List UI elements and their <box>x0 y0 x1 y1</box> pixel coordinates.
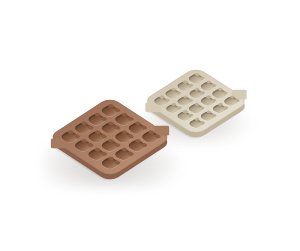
cavity-ear-left <box>206 80 212 84</box>
cavity-ear-left <box>217 102 223 106</box>
cavity-ear-left <box>206 110 212 114</box>
cavity-ear-left <box>107 121 115 126</box>
cavity-ear-right <box>114 125 122 130</box>
cavity-ear-left <box>134 121 142 126</box>
cavity-ear-right <box>127 151 135 156</box>
cavity-ear-right <box>114 142 122 147</box>
cavity-ear-right <box>100 116 108 121</box>
mould-cavity <box>175 110 193 121</box>
cavity-ear-right <box>199 106 205 110</box>
cavity-ear-right <box>234 98 240 102</box>
cavity-ear-right <box>73 134 81 139</box>
mould-cavity <box>187 73 205 84</box>
cavity-ear-left <box>94 112 102 117</box>
cavity-ear-right <box>187 83 193 87</box>
cavity-ear-left <box>194 117 200 121</box>
cavity-ear-right <box>127 116 135 121</box>
cavity-ear-right <box>176 91 182 95</box>
cavity-ear-right <box>211 83 217 87</box>
mould-cavity <box>99 156 120 170</box>
cavity-ear-left <box>182 80 188 84</box>
cavity-ear-left <box>121 112 129 117</box>
cavity-ear-left <box>182 110 188 114</box>
cavity-ear-right <box>199 91 205 95</box>
cavity-ear-right <box>222 106 228 110</box>
cavity-ear-left <box>229 95 235 99</box>
cavity-ear-right <box>100 151 108 156</box>
cavity-ear-left <box>194 88 200 92</box>
cavity-ear-left <box>134 138 142 143</box>
mould-cavity <box>199 95 217 106</box>
cavity-ear-right <box>114 108 122 113</box>
cavity-ear-left <box>121 130 129 135</box>
cavity-ear-right <box>187 113 193 117</box>
mould-cavity <box>187 118 205 129</box>
cavity-ear-right <box>87 125 95 130</box>
cavity-ear-left <box>107 156 115 161</box>
cavity-ear-left <box>171 102 177 106</box>
cavity-ear-right <box>211 98 217 102</box>
cavity-ear-right <box>164 98 170 102</box>
cavity-ear-left <box>171 88 177 92</box>
cavity-ear-right <box>199 121 205 125</box>
product-photo-canvas <box>0 0 300 251</box>
cavity-ear-right <box>127 134 135 139</box>
cavity-ear-left <box>159 95 165 99</box>
mould-cavity <box>187 103 205 114</box>
mould-cavity <box>164 88 182 99</box>
cavity-ear-left <box>121 147 129 152</box>
cavity-ear-right <box>114 160 122 165</box>
mould-cavity <box>210 103 228 114</box>
mould-cavity <box>210 88 228 99</box>
cavity-ear-left <box>182 95 188 99</box>
cavity-ear-left <box>67 130 75 135</box>
cavity-ear-left <box>81 121 89 126</box>
cavity-ear-right <box>176 106 182 110</box>
cavity-ear-right <box>211 113 217 117</box>
cavity-ear-left <box>94 130 102 135</box>
cavity-ear-left <box>107 138 115 143</box>
cavity-ear-right <box>87 142 95 147</box>
cavity-ear-left <box>94 147 102 152</box>
cavity-ear-left <box>81 138 89 143</box>
tray-rose-cavity-grid <box>59 104 161 170</box>
cavity-ear-right <box>199 76 205 80</box>
cavity-ear-left <box>217 88 223 92</box>
cavity-ear-right <box>187 98 193 102</box>
cavity-ear-left <box>194 102 200 106</box>
cavity-ear-left <box>194 73 200 77</box>
cavity-ear-left <box>107 103 115 108</box>
cavity-ear-left <box>206 95 212 99</box>
cavity-ear-right <box>222 91 228 95</box>
cavity-ear-right <box>100 134 108 139</box>
cavity-ear-right <box>140 142 148 147</box>
mould-cavity <box>175 80 193 91</box>
cavity-ear-right <box>140 125 148 130</box>
